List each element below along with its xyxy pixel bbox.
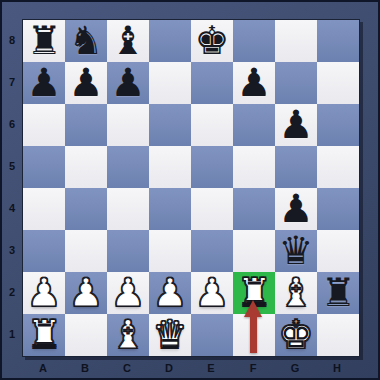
square-g6[interactable]: ♟ xyxy=(275,104,317,146)
square-a2[interactable]: ♟ xyxy=(23,272,65,314)
square-d5[interactable] xyxy=(149,146,191,188)
square-c4[interactable] xyxy=(107,188,149,230)
square-b6[interactable] xyxy=(65,104,107,146)
square-e7[interactable] xyxy=(191,62,233,104)
black-knight[interactable]: ♞ xyxy=(69,20,104,62)
square-f8[interactable] xyxy=(233,20,275,62)
chess-board: ♜♞♝♚♟♟♟♟♟♟♛♟♟♟♟♟♜♝♜♜♝♛♚ xyxy=(22,19,360,357)
rank-label: 8 xyxy=(2,19,22,61)
square-g7[interactable] xyxy=(275,62,317,104)
square-a4[interactable] xyxy=(23,188,65,230)
square-f1[interactable] xyxy=(233,314,275,356)
black-pawn[interactable]: ♟ xyxy=(279,104,314,146)
square-a1[interactable]: ♜ xyxy=(23,314,65,356)
square-e6[interactable] xyxy=(191,104,233,146)
black-king[interactable]: ♚ xyxy=(195,20,230,62)
square-b2[interactable]: ♟ xyxy=(65,272,107,314)
rank-labels: 8 7 6 5 4 3 2 1 xyxy=(2,19,22,355)
rank-label: 5 xyxy=(2,145,22,187)
square-b7[interactable]: ♟ xyxy=(65,62,107,104)
square-c3[interactable] xyxy=(107,230,149,272)
square-g5[interactable] xyxy=(275,146,317,188)
square-g1[interactable]: ♚ xyxy=(275,314,317,356)
square-a5[interactable] xyxy=(23,146,65,188)
square-f2[interactable]: ♜ xyxy=(233,272,275,314)
square-d3[interactable] xyxy=(149,230,191,272)
white-pawn[interactable]: ♟ xyxy=(69,272,104,314)
square-b1[interactable] xyxy=(65,314,107,356)
rank-label: 4 xyxy=(2,187,22,229)
square-a6[interactable] xyxy=(23,104,65,146)
square-g4[interactable]: ♟ xyxy=(275,188,317,230)
square-h8[interactable] xyxy=(317,20,359,62)
white-pawn[interactable]: ♟ xyxy=(27,272,62,314)
square-h1[interactable] xyxy=(317,314,359,356)
square-c8[interactable]: ♝ xyxy=(107,20,149,62)
square-a3[interactable] xyxy=(23,230,65,272)
rank-label: 1 xyxy=(2,313,22,355)
file-label: F xyxy=(232,358,274,378)
black-pawn[interactable]: ♟ xyxy=(279,188,314,230)
white-rook[interactable]: ♜ xyxy=(27,314,62,356)
white-pawn[interactable]: ♟ xyxy=(195,272,230,314)
file-label: E xyxy=(190,358,232,378)
file-label: D xyxy=(148,358,190,378)
rank-label: 3 xyxy=(2,229,22,271)
square-d6[interactable] xyxy=(149,104,191,146)
square-e4[interactable] xyxy=(191,188,233,230)
square-h6[interactable] xyxy=(317,104,359,146)
white-bishop[interactable]: ♝ xyxy=(111,314,146,356)
square-b5[interactable] xyxy=(65,146,107,188)
square-f5[interactable] xyxy=(233,146,275,188)
rank-label: 2 xyxy=(2,271,22,313)
square-f7[interactable]: ♟ xyxy=(233,62,275,104)
square-f3[interactable] xyxy=(233,230,275,272)
white-rook[interactable]: ♜ xyxy=(237,272,272,314)
square-e8[interactable]: ♚ xyxy=(191,20,233,62)
black-bishop[interactable]: ♝ xyxy=(111,20,146,62)
square-g8[interactable] xyxy=(275,20,317,62)
square-h2[interactable]: ♜ xyxy=(317,272,359,314)
file-label: C xyxy=(106,358,148,378)
white-pawn[interactable]: ♟ xyxy=(153,272,188,314)
square-d1[interactable]: ♛ xyxy=(149,314,191,356)
square-g3[interactable]: ♛ xyxy=(275,230,317,272)
square-e5[interactable] xyxy=(191,146,233,188)
white-pawn[interactable]: ♟ xyxy=(111,272,146,314)
square-h7[interactable] xyxy=(317,62,359,104)
black-pawn[interactable]: ♟ xyxy=(111,62,146,104)
square-f6[interactable] xyxy=(233,104,275,146)
square-f4[interactable] xyxy=(233,188,275,230)
rank-label: 6 xyxy=(2,103,22,145)
square-h4[interactable] xyxy=(317,188,359,230)
file-label: G xyxy=(274,358,316,378)
white-king[interactable]: ♚ xyxy=(279,314,314,356)
black-pawn[interactable]: ♟ xyxy=(237,62,272,104)
square-b3[interactable] xyxy=(65,230,107,272)
square-c5[interactable] xyxy=(107,146,149,188)
black-rook[interactable]: ♜ xyxy=(321,272,356,314)
square-h3[interactable] xyxy=(317,230,359,272)
square-d4[interactable] xyxy=(149,188,191,230)
black-rook[interactable]: ♜ xyxy=(27,20,62,62)
chess-app-window: 8 7 6 5 4 3 2 1 ♜♞♝♚♟♟♟♟♟♟♛♟♟♟♟♟♜♝♜♜♝♛♚ … xyxy=(0,0,380,380)
square-d2[interactable]: ♟ xyxy=(149,272,191,314)
square-c1[interactable]: ♝ xyxy=(107,314,149,356)
square-d8[interactable] xyxy=(149,20,191,62)
square-e1[interactable] xyxy=(191,314,233,356)
white-queen[interactable]: ♛ xyxy=(153,314,188,356)
square-b8[interactable]: ♞ xyxy=(65,20,107,62)
square-d7[interactable] xyxy=(149,62,191,104)
square-e3[interactable] xyxy=(191,230,233,272)
file-label: B xyxy=(64,358,106,378)
square-h5[interactable] xyxy=(317,146,359,188)
square-e2[interactable]: ♟ xyxy=(191,272,233,314)
square-c2[interactable]: ♟ xyxy=(107,272,149,314)
square-c6[interactable] xyxy=(107,104,149,146)
black-pawn[interactable]: ♟ xyxy=(27,62,62,104)
file-label: A xyxy=(22,358,64,378)
square-a8[interactable]: ♜ xyxy=(23,20,65,62)
file-labels: A B C D E F G H xyxy=(22,358,358,378)
square-a7[interactable]: ♟ xyxy=(23,62,65,104)
black-pawn[interactable]: ♟ xyxy=(69,62,104,104)
square-g2[interactable]: ♝ xyxy=(275,272,317,314)
square-b4[interactable] xyxy=(65,188,107,230)
square-c7[interactable]: ♟ xyxy=(107,62,149,104)
rank-label: 7 xyxy=(2,61,22,103)
file-label: H xyxy=(316,358,358,378)
black-queen[interactable]: ♛ xyxy=(279,230,314,272)
white-bishop[interactable]: ♝ xyxy=(279,272,314,314)
